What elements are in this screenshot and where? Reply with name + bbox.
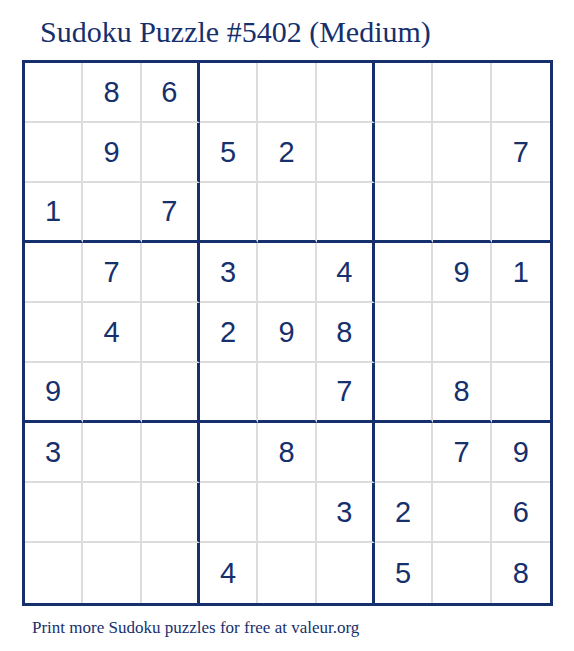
cell-r6c4: [200, 363, 258, 423]
cell-r7c1: 3: [25, 423, 83, 483]
cell-r4c9: 1: [492, 243, 550, 303]
cell-r9c1: [25, 543, 83, 603]
cell-r3c3: 7: [142, 183, 200, 243]
cell-r5c3: [142, 303, 200, 363]
cell-r4c1: [25, 243, 83, 303]
cell-r3c8: [433, 183, 491, 243]
cell-r3c1: 1: [25, 183, 83, 243]
cell-r3c2: [83, 183, 141, 243]
cell-r9c9: 8: [492, 543, 550, 603]
sudoku-board: 869527177349142989783879326458: [22, 60, 553, 606]
cell-r4c5: [258, 243, 316, 303]
cell-r9c6: [317, 543, 375, 603]
cell-r8c1: [25, 483, 83, 543]
cell-r5c7: [375, 303, 433, 363]
cell-r2c4: 5: [200, 123, 258, 183]
cell-r3c6: [317, 183, 375, 243]
cell-r7c9: 9: [492, 423, 550, 483]
page-title: Sudoku Puzzle #5402 (Medium): [40, 14, 574, 50]
cell-r5c8: [433, 303, 491, 363]
cell-r7c2: [83, 423, 141, 483]
cell-r1c5: [258, 63, 316, 123]
cell-r8c4: [200, 483, 258, 543]
cell-r1c8: [433, 63, 491, 123]
cell-r8c3: [142, 483, 200, 543]
cell-r5c5: 9: [258, 303, 316, 363]
cell-r9c8: [433, 543, 491, 603]
cell-r5c6: 8: [317, 303, 375, 363]
cell-r1c3: 6: [142, 63, 200, 123]
cell-r2c5: 2: [258, 123, 316, 183]
cell-r1c6: [317, 63, 375, 123]
cell-r5c4: 2: [200, 303, 258, 363]
cell-r5c2: 4: [83, 303, 141, 363]
cell-r6c1: 9: [25, 363, 83, 423]
cell-r6c3: [142, 363, 200, 423]
cell-r7c5: 8: [258, 423, 316, 483]
cell-r7c7: [375, 423, 433, 483]
cell-r8c7: 2: [375, 483, 433, 543]
cell-r4c7: [375, 243, 433, 303]
cell-r2c7: [375, 123, 433, 183]
cell-r7c4: [200, 423, 258, 483]
cell-r2c2: 9: [83, 123, 141, 183]
cell-r7c3: [142, 423, 200, 483]
cell-r8c9: 6: [492, 483, 550, 543]
cell-r2c1: [25, 123, 83, 183]
cell-r5c9: [492, 303, 550, 363]
cell-r9c3: [142, 543, 200, 603]
cell-r6c7: [375, 363, 433, 423]
cell-r9c7: 5: [375, 543, 433, 603]
cell-r4c4: 3: [200, 243, 258, 303]
cell-r6c6: 7: [317, 363, 375, 423]
cell-r6c5: [258, 363, 316, 423]
cell-r3c7: [375, 183, 433, 243]
cell-r3c9: [492, 183, 550, 243]
cell-r6c2: [83, 363, 141, 423]
cell-r7c6: [317, 423, 375, 483]
cell-r8c5: [258, 483, 316, 543]
cell-r1c4: [200, 63, 258, 123]
cell-r4c3: [142, 243, 200, 303]
cell-r8c2: [83, 483, 141, 543]
cell-r1c1: [25, 63, 83, 123]
cell-r9c5: [258, 543, 316, 603]
cell-r8c6: 3: [317, 483, 375, 543]
cell-r2c6: [317, 123, 375, 183]
cell-r5c1: [25, 303, 83, 363]
cell-r4c2: 7: [83, 243, 141, 303]
cell-r6c8: 8: [433, 363, 491, 423]
cell-r4c6: 4: [317, 243, 375, 303]
cell-r3c5: [258, 183, 316, 243]
cell-r7c8: 7: [433, 423, 491, 483]
cell-r1c2: 8: [83, 63, 141, 123]
cell-r3c4: [200, 183, 258, 243]
cell-r9c4: 4: [200, 543, 258, 603]
cell-r4c8: 9: [433, 243, 491, 303]
cell-r2c3: [142, 123, 200, 183]
footer-note: Print more Sudoku puzzles for free at va…: [32, 618, 574, 638]
cell-r2c9: 7: [492, 123, 550, 183]
cell-r2c8: [433, 123, 491, 183]
cell-r8c8: [433, 483, 491, 543]
cell-r6c9: [492, 363, 550, 423]
cell-r1c9: [492, 63, 550, 123]
cell-r1c7: [375, 63, 433, 123]
cell-r9c2: [83, 543, 141, 603]
